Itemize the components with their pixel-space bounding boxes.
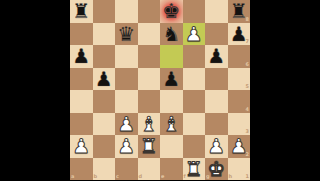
- coord-file-a: a: [71, 174, 74, 179]
- piece-black-queen[interactable]: ♛: [117, 23, 135, 45]
- square-b4[interactable]: [93, 90, 116, 113]
- letterbox-left: [0, 0, 70, 180]
- piece-black-pawn[interactable]: ♟: [95, 68, 113, 90]
- coord-file-c: c: [116, 174, 119, 179]
- square-e1[interactable]: e: [160, 158, 183, 181]
- piece-white-pawn[interactable]: ♟: [185, 23, 203, 45]
- coord-rank-1: 1: [246, 174, 249, 179]
- square-c3[interactable]: ♟: [115, 113, 138, 136]
- square-c8[interactable]: [115, 0, 138, 23]
- square-c5[interactable]: [115, 68, 138, 91]
- square-h3[interactable]: 3: [228, 113, 251, 136]
- square-g8[interactable]: [205, 0, 228, 23]
- square-f8[interactable]: [183, 0, 206, 23]
- square-a8[interactable]: ♜: [70, 0, 93, 23]
- piece-black-pawn[interactable]: ♟: [207, 45, 225, 67]
- square-d2[interactable]: ♜: [138, 135, 161, 158]
- square-c7[interactable]: ♛: [115, 23, 138, 46]
- square-d7[interactable]: [138, 23, 161, 46]
- square-a7[interactable]: [70, 23, 93, 46]
- square-h6[interactable]: 6: [228, 45, 251, 68]
- piece-white-pawn[interactable]: ♟: [117, 113, 135, 135]
- square-g2[interactable]: ♟: [205, 135, 228, 158]
- square-e5[interactable]: ♟: [160, 68, 183, 91]
- coord-rank-4: 4: [246, 107, 249, 112]
- chess-board: ♜♚8♜♛♞♟7♟♟♟6♟♟54♟♝♝3♟♟♜♟2♟abcdef♜g♚h1: [70, 0, 250, 180]
- square-g4[interactable]: [205, 90, 228, 113]
- square-d6[interactable]: [138, 45, 161, 68]
- square-g5[interactable]: [205, 68, 228, 91]
- piece-white-king[interactable]: ♚: [207, 158, 225, 180]
- square-g7[interactable]: [205, 23, 228, 46]
- square-g1[interactable]: g♚: [205, 158, 228, 181]
- letterbox-right: [250, 0, 320, 180]
- coord-rank-5: 5: [246, 84, 249, 89]
- piece-white-bishop[interactable]: ♝: [162, 113, 180, 135]
- piece-black-knight[interactable]: ♞: [162, 23, 180, 45]
- square-a2[interactable]: ♟: [70, 135, 93, 158]
- square-a6[interactable]: ♟: [70, 45, 93, 68]
- piece-white-pawn[interactable]: ♟: [230, 135, 248, 157]
- coord-file-d: d: [139, 174, 143, 179]
- square-c1[interactable]: c: [115, 158, 138, 181]
- piece-black-rook[interactable]: ♜: [72, 0, 90, 22]
- square-c6[interactable]: [115, 45, 138, 68]
- square-b1[interactable]: b: [93, 158, 116, 181]
- piece-black-king[interactable]: ♚: [162, 0, 180, 22]
- square-h4[interactable]: 4: [228, 90, 251, 113]
- square-d3[interactable]: ♝: [138, 113, 161, 136]
- square-e8[interactable]: ♚: [160, 0, 183, 23]
- coord-file-e: e: [161, 174, 164, 179]
- coord-rank-6: 6: [246, 62, 249, 67]
- square-b3[interactable]: [93, 113, 116, 136]
- square-h5[interactable]: 5: [228, 68, 251, 91]
- piece-white-bishop[interactable]: ♝: [140, 113, 158, 135]
- square-e4[interactable]: [160, 90, 183, 113]
- square-f7[interactable]: ♟: [183, 23, 206, 46]
- piece-black-pawn[interactable]: ♟: [230, 23, 248, 45]
- square-c2[interactable]: ♟: [115, 135, 138, 158]
- piece-white-pawn[interactable]: ♟: [72, 135, 90, 157]
- square-e6[interactable]: [160, 45, 183, 68]
- square-f6[interactable]: [183, 45, 206, 68]
- video-frame: ♜♚8♜♛♞♟7♟♟♟6♟♟54♟♝♝3♟♟♜♟2♟abcdef♜g♚h1: [0, 0, 320, 180]
- square-f1[interactable]: f♜: [183, 158, 206, 181]
- square-f3[interactable]: [183, 113, 206, 136]
- square-b7[interactable]: [93, 23, 116, 46]
- square-f5[interactable]: [183, 68, 206, 91]
- square-e7[interactable]: ♞: [160, 23, 183, 46]
- square-b5[interactable]: ♟: [93, 68, 116, 91]
- square-f4[interactable]: [183, 90, 206, 113]
- square-d8[interactable]: [138, 0, 161, 23]
- square-e3[interactable]: ♝: [160, 113, 183, 136]
- square-f2[interactable]: [183, 135, 206, 158]
- piece-white-pawn[interactable]: ♟: [117, 135, 135, 157]
- square-b6[interactable]: [93, 45, 116, 68]
- square-h7[interactable]: 7♟: [228, 23, 251, 46]
- square-d5[interactable]: [138, 68, 161, 91]
- piece-black-pawn[interactable]: ♟: [72, 45, 90, 67]
- piece-white-rook[interactable]: ♜: [185, 158, 203, 180]
- piece-white-rook[interactable]: ♜: [140, 135, 158, 157]
- square-a5[interactable]: [70, 68, 93, 91]
- coord-rank-3: 3: [246, 129, 249, 134]
- coord-file-h: h: [229, 174, 233, 179]
- piece-white-pawn[interactable]: ♟: [207, 135, 225, 157]
- square-d4[interactable]: [138, 90, 161, 113]
- square-g6[interactable]: ♟: [205, 45, 228, 68]
- square-e2[interactable]: [160, 135, 183, 158]
- piece-black-rook[interactable]: ♜: [230, 0, 248, 22]
- square-a1[interactable]: a: [70, 158, 93, 181]
- square-a4[interactable]: [70, 90, 93, 113]
- square-c4[interactable]: [115, 90, 138, 113]
- square-b2[interactable]: [93, 135, 116, 158]
- piece-black-pawn[interactable]: ♟: [162, 68, 180, 90]
- square-d1[interactable]: d: [138, 158, 161, 181]
- square-a3[interactable]: [70, 113, 93, 136]
- square-h1[interactable]: h1: [228, 158, 251, 181]
- square-h2[interactable]: 2♟: [228, 135, 251, 158]
- square-h8[interactable]: 8♜: [228, 0, 251, 23]
- square-b8[interactable]: [93, 0, 116, 23]
- coord-file-b: b: [94, 174, 98, 179]
- square-g3[interactable]: [205, 113, 228, 136]
